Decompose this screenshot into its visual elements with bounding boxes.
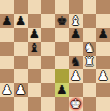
square-g2[interactable] [83, 83, 97, 97]
square-f6[interactable]: ♟ [69, 28, 83, 42]
square-a4[interactable] [0, 56, 14, 70]
square-h8[interactable] [96, 0, 110, 14]
white-rook[interactable]: ♜ [84, 56, 95, 69]
white-king[interactable]: ♚ [70, 97, 81, 110]
square-d8[interactable] [41, 0, 55, 14]
square-a8[interactable] [0, 0, 14, 14]
white-knight[interactable]: ♞ [84, 42, 95, 55]
square-g3[interactable] [83, 69, 97, 83]
square-d1[interactable] [41, 97, 55, 111]
square-d3[interactable] [41, 69, 55, 83]
square-e3[interactable] [55, 69, 69, 83]
square-h1[interactable] [96, 97, 110, 111]
square-b6[interactable] [14, 28, 28, 42]
square-h6[interactable]: ♟ [96, 28, 110, 42]
square-d6[interactable] [41, 28, 55, 42]
black-pawn[interactable]: ♟ [70, 28, 81, 41]
black-pawn[interactable]: ♟ [1, 14, 12, 27]
square-h3[interactable]: ♟ [96, 69, 110, 83]
black-pawn[interactable]: ♟ [98, 28, 109, 41]
square-f1[interactable]: ♚ [69, 97, 83, 111]
square-d2[interactable] [41, 83, 55, 97]
square-f2[interactable] [69, 83, 83, 97]
square-b8[interactable] [14, 0, 28, 14]
white-pawn[interactable]: ♟ [98, 70, 109, 83]
square-e1[interactable] [55, 97, 69, 111]
square-b7[interactable]: ♟ [14, 14, 28, 28]
white-pawn[interactable]: ♟ [70, 70, 81, 83]
square-h4[interactable] [96, 56, 110, 70]
square-f5[interactable] [69, 42, 83, 56]
white-pawn[interactable]: ♟ [1, 83, 12, 96]
white-bishop[interactable]: ♝ [70, 14, 81, 27]
square-c8[interactable] [28, 0, 42, 14]
square-d5[interactable] [41, 42, 55, 56]
square-h5[interactable] [96, 42, 110, 56]
square-e5[interactable] [55, 42, 69, 56]
square-a6[interactable] [0, 28, 14, 42]
white-pawn[interactable]: ♟ [15, 83, 26, 96]
square-a2[interactable]: ♟ [0, 83, 14, 97]
square-c4[interactable] [28, 56, 42, 70]
black-pawn[interactable]: ♟ [15, 14, 26, 27]
square-d7[interactable] [41, 14, 55, 28]
square-b1[interactable] [14, 97, 28, 111]
square-c2[interactable] [28, 83, 42, 97]
square-b5[interactable] [14, 42, 28, 56]
square-g7[interactable] [83, 14, 97, 28]
square-g5[interactable]: ♞ [83, 42, 97, 56]
square-g6[interactable] [83, 28, 97, 42]
square-b4[interactable] [14, 56, 28, 70]
square-c6[interactable]: ♟ [28, 28, 42, 42]
square-h2[interactable] [96, 83, 110, 97]
square-d4[interactable] [41, 56, 55, 70]
square-e6[interactable] [55, 28, 69, 42]
square-a1[interactable] [0, 97, 14, 111]
square-c3[interactable] [28, 69, 42, 83]
square-e8[interactable] [55, 0, 69, 14]
square-f8[interactable] [69, 0, 83, 14]
square-b2[interactable]: ♟ [14, 83, 28, 97]
square-f7[interactable]: ♝ [69, 14, 83, 28]
square-f4[interactable]: ♞ [69, 56, 83, 70]
square-c7[interactable] [28, 14, 42, 28]
black-knight[interactable]: ♞ [70, 56, 81, 69]
black-pawn[interactable]: ♟ [29, 28, 40, 41]
square-h7[interactable] [96, 14, 110, 28]
square-c1[interactable] [28, 97, 42, 111]
square-g4[interactable]: ♜ [83, 56, 97, 70]
black-pawn[interactable]: ♟ [56, 83, 67, 96]
square-e7[interactable]: ♚ [55, 14, 69, 28]
square-e2[interactable]: ♟ [55, 83, 69, 97]
square-g1[interactable] [83, 97, 97, 111]
square-g8[interactable] [83, 0, 97, 14]
square-a7[interactable]: ♟ [0, 14, 14, 28]
chess-board: ♟♟♚♝♟♟♟♝♞♞♜♟♟♟♟♟♚ [0, 0, 110, 111]
square-e4[interactable] [55, 56, 69, 70]
square-f3[interactable]: ♟ [69, 69, 83, 83]
black-king[interactable]: ♚ [56, 14, 67, 27]
square-b3[interactable] [14, 69, 28, 83]
square-c5[interactable]: ♝ [28, 42, 42, 56]
square-a3[interactable] [0, 69, 14, 83]
square-a5[interactable] [0, 42, 14, 56]
black-bishop[interactable]: ♝ [29, 42, 40, 55]
